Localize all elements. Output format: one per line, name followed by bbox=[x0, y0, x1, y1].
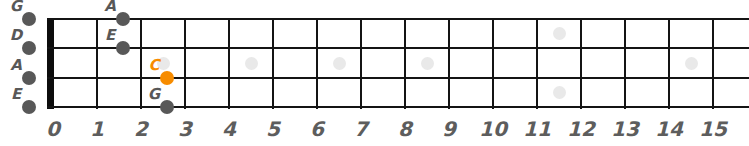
fret-number-15: 15 bbox=[691, 116, 735, 142]
fret-number-3: 3 bbox=[163, 116, 207, 142]
fret-number-4: 4 bbox=[207, 116, 251, 142]
fret-number-1: 1 bbox=[75, 116, 119, 142]
fret-line-1 bbox=[96, 18, 98, 109]
fret-line-7 bbox=[360, 18, 362, 109]
fret-line-14 bbox=[668, 18, 670, 109]
fret-line-10 bbox=[492, 18, 494, 109]
fret-marker-dot bbox=[553, 86, 566, 99]
fret-line-8 bbox=[404, 18, 406, 109]
fret-number-0: 0 bbox=[31, 116, 75, 142]
nut-bar bbox=[47, 18, 54, 109]
note-g-string4-fret3-label: G bbox=[145, 86, 163, 102]
fret-number-9: 9 bbox=[427, 116, 471, 142]
fret-number-10: 10 bbox=[471, 116, 515, 142]
note-e-string4-fret0-label: E bbox=[7, 86, 25, 102]
fret-line-12 bbox=[580, 18, 582, 109]
note-c-string3-fret3-label: C bbox=[145, 57, 163, 73]
fret-line-3 bbox=[184, 18, 186, 109]
fret-line-5 bbox=[272, 18, 274, 109]
fret-line-13 bbox=[624, 18, 626, 109]
fret-number-14: 14 bbox=[647, 116, 691, 142]
fret-marker-dot bbox=[685, 57, 698, 70]
fret-marker-dot bbox=[245, 57, 258, 70]
fret-marker-dot bbox=[421, 57, 434, 70]
note-e-string4-fret0-dot bbox=[22, 100, 36, 114]
note-c-string3-fret3-dot bbox=[160, 71, 174, 85]
string-line-g bbox=[47, 18, 749, 20]
fret-line-6 bbox=[316, 18, 318, 109]
fretboard-diagram: GDAEAECG0123456789101112131415 bbox=[0, 0, 749, 146]
note-a-string1-fret2-dot bbox=[116, 12, 130, 26]
fret-number-12: 12 bbox=[559, 116, 603, 142]
note-d-string2-fret0-label: D bbox=[7, 27, 25, 43]
fret-line-2 bbox=[140, 18, 142, 109]
fret-number-5: 5 bbox=[251, 116, 295, 142]
note-g-string4-fret3-dot bbox=[160, 100, 174, 114]
note-a-string3-fret0-dot bbox=[22, 71, 36, 85]
fret-number-11: 11 bbox=[515, 116, 559, 142]
fret-number-13: 13 bbox=[603, 116, 647, 142]
fret-line-4 bbox=[228, 18, 230, 109]
fret-number-7: 7 bbox=[339, 116, 383, 142]
fret-number-8: 8 bbox=[383, 116, 427, 142]
fret-line-15 bbox=[712, 18, 714, 109]
fret-number-6: 6 bbox=[295, 116, 339, 142]
string-line-d bbox=[47, 47, 749, 49]
fret-marker-dot bbox=[553, 27, 566, 40]
fret-line-11 bbox=[536, 18, 538, 109]
string-line-e bbox=[47, 106, 749, 108]
note-a-string1-fret2-label: A bbox=[101, 0, 119, 14]
fret-line-9 bbox=[448, 18, 450, 109]
note-a-string3-fret0-label: A bbox=[7, 57, 25, 73]
note-g-string1-fret0-label: G bbox=[7, 0, 25, 14]
note-g-string1-fret0-dot bbox=[22, 12, 36, 26]
string-line-a bbox=[47, 77, 749, 79]
note-d-string2-fret0-dot bbox=[22, 41, 36, 55]
fret-marker-dot bbox=[333, 57, 346, 70]
note-e-string2-fret2-dot bbox=[116, 41, 130, 55]
note-e-string2-fret2-label: E bbox=[101, 27, 119, 43]
fret-number-2: 2 bbox=[119, 116, 163, 142]
